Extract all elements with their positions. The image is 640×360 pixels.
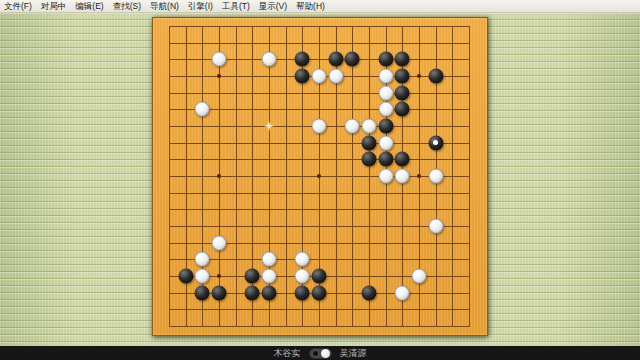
white-player-name: 吴清源: [340, 347, 367, 360]
stone-black: [312, 285, 327, 300]
stone-black: [378, 152, 393, 167]
stone-black: [245, 269, 260, 284]
menu-item-8[interactable]: 帮助(H): [296, 0, 325, 13]
stone-white: [328, 69, 343, 84]
white-stone-icon: [321, 349, 330, 358]
grid-line-h: [169, 193, 470, 194]
stone-white: [262, 269, 277, 284]
menu-item-6[interactable]: 工具(T): [222, 0, 250, 13]
grid-line-v: [469, 26, 470, 327]
stone-black: [212, 285, 227, 300]
grid-line-h: [169, 259, 470, 260]
board-grid: [169, 26, 470, 327]
stone-black: [362, 135, 377, 150]
menu-item-0[interactable]: 文件(F): [4, 0, 32, 13]
stone-black: [395, 69, 410, 84]
stone-white: [428, 169, 443, 184]
star-point: [217, 274, 221, 278]
star-point: [217, 174, 221, 178]
star-point: [417, 174, 421, 178]
stone-white: [195, 102, 210, 117]
menu-item-4[interactable]: 导航(N): [150, 0, 179, 13]
stone-white: [212, 235, 227, 250]
stone-white: [212, 52, 227, 67]
stone-black: [395, 102, 410, 117]
stone-black: [295, 52, 310, 67]
menu-item-7[interactable]: 显示(V): [259, 0, 287, 13]
stone-black: [345, 52, 360, 67]
stone-white: [345, 119, 360, 134]
black-stone-icon: [312, 350, 319, 357]
grid-line-h: [169, 226, 470, 227]
stone-white: [312, 119, 327, 134]
stone-black: [178, 269, 193, 284]
stone-black: [395, 152, 410, 167]
go-board[interactable]: [152, 17, 488, 336]
last-move-marker: [433, 140, 438, 145]
stone-black: [428, 69, 443, 84]
stone-white: [378, 169, 393, 184]
move-hint-sparkle: [263, 120, 276, 133]
stone-black: [362, 152, 377, 167]
star-point: [217, 74, 221, 78]
stone-black: [395, 52, 410, 67]
stone-black: [378, 119, 393, 134]
stone-white: [395, 169, 410, 184]
grid-line-v: [352, 26, 353, 327]
stone-black: [245, 285, 260, 300]
stone-white: [312, 69, 327, 84]
star-point: [317, 174, 321, 178]
stone-white: [195, 269, 210, 284]
stone-white: [378, 69, 393, 84]
menu-item-5[interactable]: 引擎(I): [188, 0, 213, 13]
stone-black: [328, 52, 343, 67]
stone-white: [295, 252, 310, 267]
stone-white: [412, 269, 427, 284]
menu-item-1[interactable]: 对局中: [41, 0, 67, 13]
menu-item-2[interactable]: 编辑(E): [75, 0, 103, 13]
grid-line-h: [169, 309, 470, 310]
stone-white: [262, 52, 277, 67]
stone-black: [295, 285, 310, 300]
menu-item-3[interactable]: 查找(S): [113, 0, 141, 13]
stone-white: [378, 135, 393, 150]
star-point: [417, 74, 421, 78]
stone-black: [378, 52, 393, 67]
stone-white: [262, 252, 277, 267]
turn-toggle[interactable]: [309, 348, 332, 359]
stone-white: [395, 285, 410, 300]
stone-white: [378, 85, 393, 100]
stone-white: [362, 119, 377, 134]
stone-black: [428, 135, 443, 150]
stone-black: [395, 85, 410, 100]
stone-black: [195, 285, 210, 300]
black-player-name: 木谷实: [274, 347, 301, 360]
menu-bar: 文件(F)对局中编辑(E)查找(S)导航(N)引擎(I)工具(T)显示(V)帮助…: [0, 0, 640, 13]
stone-black: [362, 285, 377, 300]
stone-white: [195, 252, 210, 267]
stone-black: [295, 69, 310, 84]
status-bar: 木谷实 吴清源: [0, 346, 640, 360]
stone-white: [378, 102, 393, 117]
stone-white: [295, 269, 310, 284]
stone-black: [262, 285, 277, 300]
grid-line-h: [169, 326, 470, 327]
grid-line-v: [452, 26, 453, 327]
stone-black: [312, 269, 327, 284]
stone-white: [428, 219, 443, 234]
grid-line-v: [369, 26, 370, 327]
grid-line-h: [169, 209, 470, 210]
